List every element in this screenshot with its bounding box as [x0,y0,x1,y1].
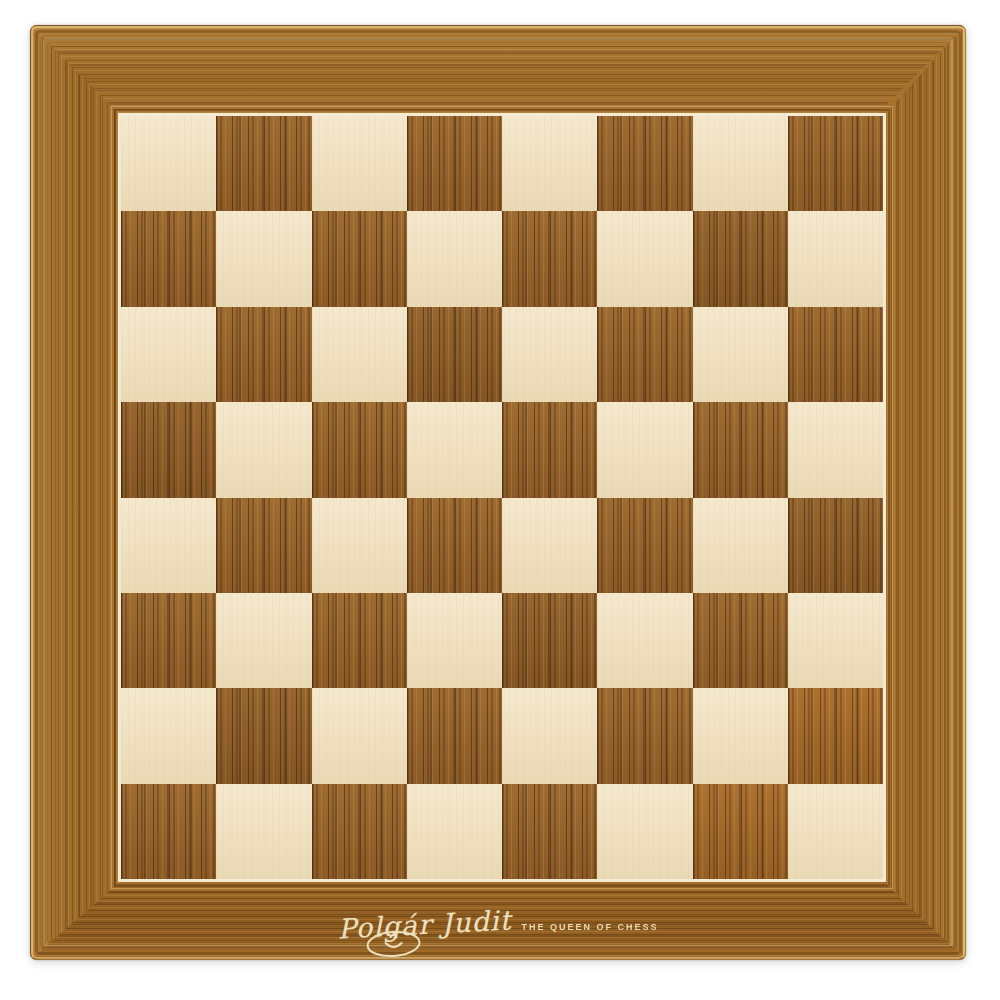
square-b4[interactable] [216,498,311,593]
square-f2[interactable] [597,688,692,783]
board-grid [121,116,883,879]
square-a2[interactable] [121,688,216,783]
square-e6[interactable] [502,307,597,402]
square-c7[interactable] [312,211,407,306]
square-g4[interactable] [693,498,788,593]
playing-field [118,113,886,882]
square-h5[interactable] [788,402,883,497]
square-c4[interactable] [312,498,407,593]
square-f4[interactable] [597,498,692,593]
square-g2[interactable] [693,688,788,783]
square-f3[interactable] [597,593,692,688]
square-h1[interactable] [788,784,883,879]
square-a7[interactable] [121,211,216,306]
square-a4[interactable] [121,498,216,593]
square-g5[interactable] [693,402,788,497]
square-g1[interactable] [693,784,788,879]
square-g8[interactable] [693,116,788,211]
square-d1[interactable] [407,784,502,879]
square-f5[interactable] [597,402,692,497]
square-e4[interactable] [502,498,597,593]
square-c8[interactable] [312,116,407,211]
square-d2[interactable] [407,688,502,783]
frame-left-rail [30,25,120,960]
square-h7[interactable] [788,211,883,306]
square-b2[interactable] [216,688,311,783]
tagline-text: THE QUEEN OF CHESS [521,922,658,932]
square-d5[interactable] [407,402,502,497]
square-e2[interactable] [502,688,597,783]
chess-board: Polgár Judit THE QUEEN OF CHESS [30,25,966,960]
branding: Polgár Judit THE QUEEN OF CHESS [338,909,659,940]
square-h2[interactable] [788,688,883,783]
product-photo: Polgár Judit THE QUEEN OF CHESS [0,0,1000,1000]
square-f8[interactable] [597,116,692,211]
square-e7[interactable] [502,211,597,306]
square-g6[interactable] [693,307,788,402]
square-a3[interactable] [121,593,216,688]
square-c1[interactable] [312,784,407,879]
square-b5[interactable] [216,402,311,497]
square-f7[interactable] [597,211,692,306]
square-b6[interactable] [216,307,311,402]
square-b8[interactable] [216,116,311,211]
square-h4[interactable] [788,498,883,593]
square-h3[interactable] [788,593,883,688]
square-f6[interactable] [597,307,692,402]
square-g7[interactable] [693,211,788,306]
square-d7[interactable] [407,211,502,306]
square-d6[interactable] [407,307,502,402]
square-c5[interactable] [312,402,407,497]
smiley-doodle-icon [364,926,424,960]
square-a6[interactable] [121,307,216,402]
square-e1[interactable] [502,784,597,879]
square-d3[interactable] [407,593,502,688]
square-f1[interactable] [597,784,692,879]
square-b7[interactable] [216,211,311,306]
signature-block: Polgár Judit [338,909,512,940]
square-e8[interactable] [502,116,597,211]
frame-top-rail [30,25,966,115]
square-b3[interactable] [216,593,311,688]
square-c3[interactable] [312,593,407,688]
square-c2[interactable] [312,688,407,783]
square-h6[interactable] [788,307,883,402]
square-e3[interactable] [502,593,597,688]
square-g3[interactable] [693,593,788,688]
frame-right-rail [884,25,966,960]
square-a5[interactable] [121,402,216,497]
square-a8[interactable] [121,116,216,211]
square-c6[interactable] [312,307,407,402]
square-e5[interactable] [502,402,597,497]
square-d8[interactable] [407,116,502,211]
square-a1[interactable] [121,784,216,879]
square-d4[interactable] [407,498,502,593]
square-b1[interactable] [216,784,311,879]
square-h8[interactable] [788,116,883,211]
